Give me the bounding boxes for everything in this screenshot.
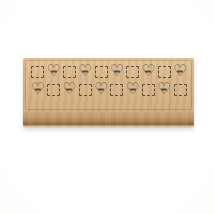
square-icon: [110, 84, 123, 96]
square-icon: [31, 66, 44, 78]
stamp-front-face: [23, 112, 194, 127]
square-icon: [47, 84, 60, 96]
heart-center-dash: [161, 89, 167, 91]
heart-center-dash: [177, 71, 183, 73]
pattern-cell: ♡: [172, 63, 188, 81]
square-icon: [158, 66, 171, 78]
pattern-cell: ♡: [62, 81, 78, 99]
heart-center-dash: [51, 71, 57, 73]
product-photo: ♡♡♡♡♡♡♡♡♡♡: [0, 0, 214, 214]
heart-center-dash: [66, 89, 72, 91]
square-icon: [79, 84, 92, 96]
rubber-stamp-block: ♡♡♡♡♡♡♡♡♡♡: [23, 58, 194, 127]
heart-center-dash: [130, 89, 136, 91]
square-icon: [126, 66, 139, 78]
pattern-cell: ♡: [46, 63, 62, 81]
pattern-cell: [172, 81, 188, 99]
pattern-cell: [46, 81, 62, 99]
pattern-cell: [109, 81, 125, 99]
pattern-cell: [141, 81, 157, 99]
heart-center-dash: [82, 71, 88, 73]
pattern-cell: [77, 81, 93, 99]
heart-center-dash: [114, 71, 120, 73]
pattern-cell: ♡: [93, 81, 109, 99]
heart-center-dash: [98, 89, 104, 91]
stamp-pattern-grid: ♡♡♡♡♡♡♡♡♡♡: [30, 63, 188, 99]
square-icon: [142, 84, 155, 96]
square-icon: [174, 84, 187, 96]
pattern-cell: ♡: [141, 63, 157, 81]
pattern-cell: ♡: [77, 63, 93, 81]
square-icon: [63, 66, 76, 78]
stamp-top-face: ♡♡♡♡♡♡♡♡♡♡: [23, 58, 194, 112]
heart-center-dash: [35, 89, 41, 91]
pattern-cell: ♡: [30, 81, 46, 99]
pattern-cell: ♡: [156, 81, 172, 99]
pattern-cell: ♡: [125, 81, 141, 99]
heart-center-dash: [145, 71, 151, 73]
square-icon: [95, 66, 108, 78]
pattern-cell: ♡: [109, 63, 125, 81]
